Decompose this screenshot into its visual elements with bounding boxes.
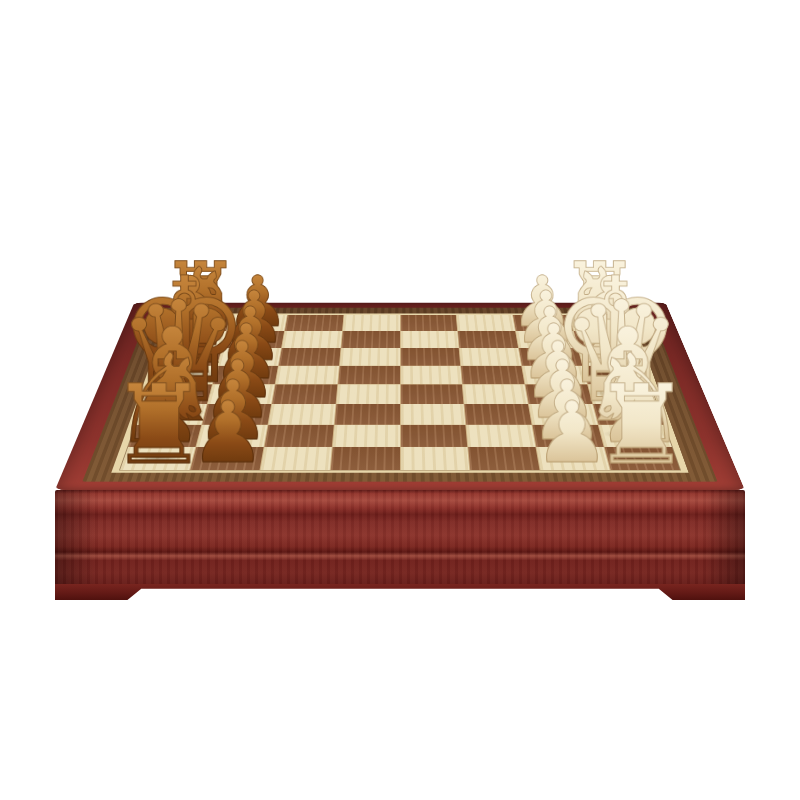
board-square-r3c4 (400, 366, 462, 384)
board-square-r1c2 (282, 331, 342, 348)
board-square-r1c3 (341, 331, 400, 348)
piece-shadow (534, 389, 582, 396)
chess-board: ♜♞♝♛♚♝♞♜♟♟♟♟♟♟♟♟♟♟♟♟♟♟♟♟♜♞♝♛♚♝♞♜ (55, 303, 745, 490)
board-square-r0c4 (400, 315, 457, 331)
box-front-molding (55, 490, 745, 584)
board-square-r5c3 (334, 404, 399, 425)
board-square-r6c3 (332, 425, 399, 447)
board-square-r2c3 (340, 348, 400, 365)
piece-shadow (521, 319, 564, 325)
board-square-r2c5 (460, 348, 522, 365)
board-square-r7c5 (469, 447, 540, 470)
board-square-r5c5 (465, 404, 532, 425)
board-square-r4c3 (336, 384, 399, 403)
board-square-r4c2 (272, 384, 337, 403)
piece-shadow (538, 409, 588, 417)
board-square-r2c4 (400, 348, 460, 365)
board-square-r5c2 (268, 404, 335, 425)
board-square-r7c2 (260, 447, 331, 470)
piece-shadow (232, 336, 276, 342)
piece-shadow (571, 318, 628, 326)
board-square-r4c4 (400, 384, 463, 403)
board-square-r2c2 (279, 348, 341, 365)
board-square-r7c3 (330, 447, 399, 470)
board-square-r6c5 (467, 425, 536, 447)
board-square-r0c2 (285, 315, 343, 331)
board-square-r6c2 (264, 425, 333, 447)
board-square-r0c3 (343, 315, 400, 331)
board-square-r7c4 (400, 447, 469, 470)
board-square-r4c5 (463, 384, 528, 403)
board-square-r3c2 (275, 366, 338, 384)
piece-shadow (570, 367, 661, 380)
board-square-r3c5 (461, 366, 524, 384)
piece-shadow (546, 453, 599, 462)
board-square-r3c3 (338, 366, 400, 384)
board-square-r5c4 (400, 404, 465, 425)
board-square-r6c4 (400, 425, 467, 447)
board-3d-scene: ♜♞♝♛♚♝♞♜♟♟♟♟♟♟♟♟♟♟♟♟♟♟♟♟♜♞♝♛♚♝♞♜ (55, 290, 745, 490)
chess-set-product-photo: ♜♞♝♛♚♝♞♜♟♟♟♟♟♟♟♟♟♟♟♟♟♟♟♟♜♞♝♛♚♝♞♜ (0, 0, 800, 800)
board-square-r1c4 (400, 331, 459, 348)
box-feet (55, 584, 745, 600)
board-square-r0c5 (457, 315, 515, 331)
piece-shadow (524, 336, 568, 342)
piece-shadow (213, 409, 263, 417)
board-square-r1c5 (458, 331, 518, 348)
